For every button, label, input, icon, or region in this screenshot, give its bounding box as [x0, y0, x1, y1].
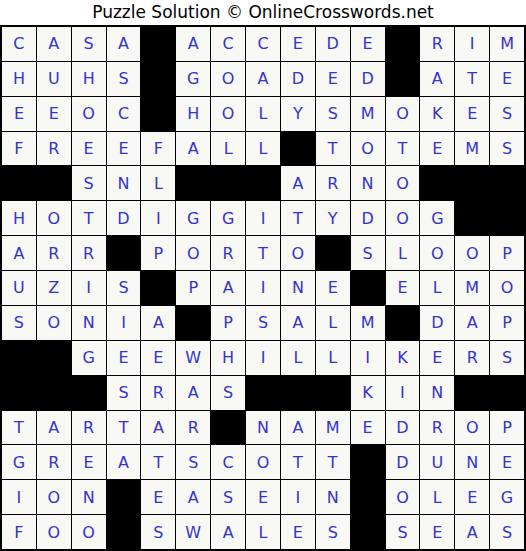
black-cell-r14c4: [107, 480, 141, 514]
letter-cell-r14c6: A: [176, 480, 210, 514]
letter-cell-r9c13: D: [420, 306, 454, 340]
letter-cell-r3c15: S: [490, 97, 524, 131]
letter-cell-r7c5: P: [141, 236, 175, 270]
letter-cell-r10c8: I: [246, 341, 280, 375]
letter-cell-r7c3: R: [72, 236, 106, 270]
letter-cell-r11c5: R: [141, 376, 175, 410]
letter-cell-r15c5: S: [141, 515, 175, 549]
black-cell-r5c14: [455, 166, 489, 200]
letter-cell-r13c4: A: [107, 445, 141, 479]
letter-cell-r3c3: O: [72, 97, 106, 131]
black-cell-r5c7: [211, 166, 245, 200]
letter-cell-r5c4: N: [107, 166, 141, 200]
letter-cell-r11c7: S: [211, 376, 245, 410]
letter-cell-r15c10: S: [316, 515, 350, 549]
letter-cell-r2c1: H: [2, 62, 36, 96]
letter-cell-r10c9: L: [281, 341, 315, 375]
letter-cell-r13c12: D: [386, 445, 420, 479]
black-cell-r6c14: [455, 201, 489, 235]
letter-cell-r4c13: E: [420, 132, 454, 166]
letter-cell-r8c8: I: [246, 271, 280, 305]
letter-cell-r3c4: C: [107, 97, 141, 131]
letter-cell-r3c6: H: [176, 97, 210, 131]
black-cell-r5c6: [176, 166, 210, 200]
black-cell-r8c11: [351, 271, 385, 305]
letter-cell-r6c4: D: [107, 201, 141, 235]
letter-cell-r12c13: R: [420, 411, 454, 445]
letter-cell-r13c13: U: [420, 445, 454, 479]
letter-cell-r13c10: T: [316, 445, 350, 479]
letter-cell-r15c13: E: [420, 515, 454, 549]
letter-cell-r10c12: K: [386, 341, 420, 375]
letter-cell-r3c12: O: [386, 97, 420, 131]
letter-cell-r1c14: I: [455, 27, 489, 61]
black-cell-r9c6: [176, 306, 210, 340]
letter-cell-r8c9: N: [281, 271, 315, 305]
letter-cell-r7c14: O: [455, 236, 489, 270]
letter-cell-r1c10: D: [316, 27, 350, 61]
letter-cell-r13c2: R: [37, 445, 71, 479]
letter-cell-r4c5: F: [141, 132, 175, 166]
letter-cell-r8c13: L: [420, 271, 454, 305]
letter-cell-r14c5: E: [141, 480, 175, 514]
letter-cell-r3c9: Y: [281, 97, 315, 131]
letter-cell-r15c3: O: [72, 515, 106, 549]
letter-cell-r7c1: A: [2, 236, 36, 270]
letter-cell-r12c5: A: [141, 411, 175, 445]
letter-cell-r8c1: U: [2, 271, 36, 305]
letter-cell-r4c12: T: [386, 132, 420, 166]
letter-cell-r7c2: R: [37, 236, 71, 270]
letter-cell-r1c11: E: [351, 27, 385, 61]
letter-cell-r15c7: A: [211, 515, 245, 549]
letter-cell-r8c6: P: [176, 271, 210, 305]
puzzle-solution-page: Puzzle Solution © OnlineCrosswords.net C…: [0, 0, 526, 551]
letter-cell-r4c14: M: [455, 132, 489, 166]
letter-cell-r10c6: W: [176, 341, 210, 375]
black-cell-r15c11: [351, 515, 385, 549]
black-cell-r7c4: [107, 236, 141, 270]
letter-cell-r9c5: A: [141, 306, 175, 340]
black-cell-r11c15: [490, 376, 524, 410]
page-title: Puzzle Solution © OnlineCrosswords.net: [0, 0, 526, 25]
letter-cell-r6c9: T: [281, 201, 315, 235]
letter-cell-r8c4: S: [107, 271, 141, 305]
letter-cell-r9c4: I: [107, 306, 141, 340]
letter-cell-r13c7: C: [211, 445, 245, 479]
black-cell-r11c3: [72, 376, 106, 410]
black-cell-r8c5: [141, 271, 175, 305]
letter-cell-r1c13: R: [420, 27, 454, 61]
letter-cell-r12c6: R: [176, 411, 210, 445]
letter-cell-r8c7: A: [211, 271, 245, 305]
letter-cell-r14c7: S: [211, 480, 245, 514]
letter-cell-r10c5: E: [141, 341, 175, 375]
black-cell-r5c15: [490, 166, 524, 200]
letter-cell-r15c12: S: [386, 515, 420, 549]
black-cell-r10c2: [37, 341, 71, 375]
black-cell-r1c12: [386, 27, 420, 61]
letter-cell-r14c13: L: [420, 480, 454, 514]
letter-cell-r14c3: N: [72, 480, 106, 514]
letter-cell-r13c3: E: [72, 445, 106, 479]
letter-cell-r10c10: L: [316, 341, 350, 375]
letter-cell-r5c10: R: [316, 166, 350, 200]
letter-cell-r8c2: Z: [37, 271, 71, 305]
letter-cell-r2c6: G: [176, 62, 210, 96]
letter-cell-r6c1: H: [2, 201, 36, 235]
letter-cell-r7c8: T: [246, 236, 280, 270]
black-cell-r1c5: [141, 27, 175, 61]
letter-cell-r6c7: G: [211, 201, 245, 235]
letter-cell-r9c3: N: [72, 306, 106, 340]
letter-cell-r3c8: L: [246, 97, 280, 131]
black-cell-r11c2: [37, 376, 71, 410]
letter-cell-r6c10: Y: [316, 201, 350, 235]
letter-cell-r2c14: T: [455, 62, 489, 96]
letter-cell-r13c15: E: [490, 445, 524, 479]
letter-cell-r11c4: S: [107, 376, 141, 410]
letter-cell-r13c9: T: [281, 445, 315, 479]
letter-cell-r10c15: S: [490, 341, 524, 375]
letter-cell-r5c11: N: [351, 166, 385, 200]
letter-cell-r14c8: E: [246, 480, 280, 514]
letter-cell-r10c11: I: [351, 341, 385, 375]
letter-cell-r8c3: I: [72, 271, 106, 305]
letter-cell-r8c10: E: [316, 271, 350, 305]
letter-cell-r13c14: N: [455, 445, 489, 479]
black-cell-r2c5: [141, 62, 175, 96]
letter-cell-r11c12: I: [386, 376, 420, 410]
letter-cell-r8c12: E: [386, 271, 420, 305]
letter-cell-r12c9: A: [281, 411, 315, 445]
letter-cell-r14c14: E: [455, 480, 489, 514]
black-cell-r14c11: [351, 480, 385, 514]
letter-cell-r6c6: G: [176, 201, 210, 235]
letter-cell-r9c14: A: [455, 306, 489, 340]
letter-cell-r14c12: O: [386, 480, 420, 514]
letter-cell-r3c1: E: [2, 97, 36, 131]
letter-cell-r2c15: E: [490, 62, 524, 96]
letter-cell-r13c8: O: [246, 445, 280, 479]
letter-cell-r15c8: L: [246, 515, 280, 549]
letter-cell-r2c7: O: [211, 62, 245, 96]
letter-cell-r2c3: H: [72, 62, 106, 96]
letter-cell-r9c10: L: [316, 306, 350, 340]
letter-cell-r12c15: P: [490, 411, 524, 445]
letter-cell-r9c11: M: [351, 306, 385, 340]
letter-cell-r12c4: T: [107, 411, 141, 445]
letter-cell-r12c14: O: [455, 411, 489, 445]
letter-cell-r6c2: O: [37, 201, 71, 235]
letter-cell-r5c9: A: [281, 166, 315, 200]
letter-cell-r7c9: O: [281, 236, 315, 270]
letter-cell-r12c1: T: [2, 411, 36, 445]
letter-cell-r4c3: E: [72, 132, 106, 166]
letter-cell-r3c13: K: [420, 97, 454, 131]
letter-cell-r8c15: O: [490, 271, 524, 305]
letter-cell-r1c1: C: [2, 27, 36, 61]
letter-cell-r13c1: G: [2, 445, 36, 479]
letter-cell-r7c13: O: [420, 236, 454, 270]
letter-cell-r3c7: O: [211, 97, 245, 131]
letter-cell-r5c12: O: [386, 166, 420, 200]
black-cell-r11c9: [281, 376, 315, 410]
letter-cell-r3c11: M: [351, 97, 385, 131]
crossword-grid: CASAACCEDERIMHUHSGOADEDATEEEOCHOLYSMOKES…: [0, 25, 526, 551]
letter-cell-r1c4: A: [107, 27, 141, 61]
letter-cell-r9c15: P: [490, 306, 524, 340]
letter-cell-r6c12: O: [386, 201, 420, 235]
black-cell-r5c1: [2, 166, 36, 200]
black-cell-r11c1: [2, 376, 36, 410]
letter-cell-r7c11: S: [351, 236, 385, 270]
letter-cell-r4c1: F: [2, 132, 36, 166]
black-cell-r4c9: [281, 132, 315, 166]
letter-cell-r8c14: M: [455, 271, 489, 305]
letter-cell-r9c7: P: [211, 306, 245, 340]
letter-cell-r6c11: D: [351, 201, 385, 235]
letter-cell-r6c13: G: [420, 201, 454, 235]
letter-cell-r11c6: A: [176, 376, 210, 410]
black-cell-r13c11: [351, 445, 385, 479]
letter-cell-r2c10: E: [316, 62, 350, 96]
letter-cell-r10c13: E: [420, 341, 454, 375]
letter-cell-r12c3: R: [72, 411, 106, 445]
letter-cell-r10c4: E: [107, 341, 141, 375]
letter-cell-r5c3: S: [72, 166, 106, 200]
letter-cell-r6c5: I: [141, 201, 175, 235]
black-cell-r3c5: [141, 97, 175, 131]
letter-cell-r12c12: D: [386, 411, 420, 445]
letter-cell-r14c10: N: [316, 480, 350, 514]
letter-cell-r10c7: H: [211, 341, 245, 375]
letter-cell-r15c2: O: [37, 515, 71, 549]
letter-cell-r4c10: T: [316, 132, 350, 166]
letter-cell-r4c8: L: [246, 132, 280, 166]
letter-cell-r2c13: A: [420, 62, 454, 96]
letter-cell-r1c8: C: [246, 27, 280, 61]
letter-cell-r12c11: E: [351, 411, 385, 445]
letter-cell-r4c4: E: [107, 132, 141, 166]
black-cell-r5c13: [420, 166, 454, 200]
letter-cell-r14c15: G: [490, 480, 524, 514]
letter-cell-r9c8: S: [246, 306, 280, 340]
black-cell-r6c15: [490, 201, 524, 235]
letter-cell-r3c10: S: [316, 97, 350, 131]
letter-cell-r9c1: S: [2, 306, 36, 340]
letter-cell-r6c3: T: [72, 201, 106, 235]
letter-cell-r14c2: O: [37, 480, 71, 514]
letter-cell-r7c15: P: [490, 236, 524, 270]
black-cell-r11c10: [316, 376, 350, 410]
letter-cell-r1c7: C: [211, 27, 245, 61]
letter-cell-r4c11: O: [351, 132, 385, 166]
letter-cell-r10c14: R: [455, 341, 489, 375]
letter-cell-r2c4: S: [107, 62, 141, 96]
letter-cell-r9c9: A: [281, 306, 315, 340]
letter-cell-r7c7: R: [211, 236, 245, 270]
letter-cell-r2c9: D: [281, 62, 315, 96]
letter-cell-r10c3: G: [72, 341, 106, 375]
letter-cell-r1c15: M: [490, 27, 524, 61]
letter-cell-r5c5: L: [141, 166, 175, 200]
letter-cell-r14c9: I: [281, 480, 315, 514]
letter-cell-r15c1: F: [2, 515, 36, 549]
black-cell-r11c8: [246, 376, 280, 410]
black-cell-r10c1: [2, 341, 36, 375]
letter-cell-r3c2: E: [37, 97, 71, 131]
letter-cell-r3c14: E: [455, 97, 489, 131]
letter-cell-r2c11: D: [351, 62, 385, 96]
black-cell-r5c8: [246, 166, 280, 200]
black-cell-r15c4: [107, 515, 141, 549]
letter-cell-r2c8: A: [246, 62, 280, 96]
letter-cell-r4c15: S: [490, 132, 524, 166]
letter-cell-r2c2: U: [37, 62, 71, 96]
letter-cell-r1c9: E: [281, 27, 315, 61]
letter-cell-r15c15: S: [490, 515, 524, 549]
letter-cell-r12c10: M: [316, 411, 350, 445]
letter-cell-r1c2: A: [37, 27, 71, 61]
black-cell-r5c2: [37, 166, 71, 200]
letter-cell-r13c6: S: [176, 445, 210, 479]
letter-cell-r4c6: A: [176, 132, 210, 166]
letter-cell-r14c1: I: [2, 480, 36, 514]
letter-cell-r12c8: N: [246, 411, 280, 445]
black-cell-r7c10: [316, 236, 350, 270]
letter-cell-r13c5: T: [141, 445, 175, 479]
letter-cell-r15c14: A: [455, 515, 489, 549]
letter-cell-r6c8: I: [246, 201, 280, 235]
letter-cell-r9c2: O: [37, 306, 71, 340]
black-cell-r2c12: [386, 62, 420, 96]
letter-cell-r1c3: S: [72, 27, 106, 61]
letter-cell-r1c6: A: [176, 27, 210, 61]
black-cell-r9c12: [386, 306, 420, 340]
letter-cell-r7c6: O: [176, 236, 210, 270]
letter-cell-r15c6: W: [176, 515, 210, 549]
letter-cell-r11c13: N: [420, 376, 454, 410]
letter-cell-r12c2: A: [37, 411, 71, 445]
black-cell-r12c7: [211, 411, 245, 445]
letter-cell-r4c2: R: [37, 132, 71, 166]
letter-cell-r7c12: L: [386, 236, 420, 270]
letter-cell-r11c11: K: [351, 376, 385, 410]
letter-cell-r4c7: L: [211, 132, 245, 166]
letter-cell-r15c9: E: [281, 515, 315, 549]
black-cell-r11c14: [455, 376, 489, 410]
